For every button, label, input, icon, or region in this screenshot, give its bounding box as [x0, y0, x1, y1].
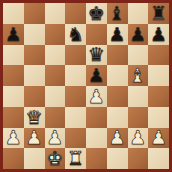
square-h5[interactable] — [148, 65, 169, 86]
white-rook-icon: ♜ — [67, 149, 84, 168]
square-f4[interactable] — [107, 86, 128, 107]
square-e3[interactable] — [86, 107, 107, 128]
square-c2[interactable]: ♟ — [45, 128, 66, 149]
black-pawn-icon: ♟ — [129, 24, 146, 43]
black-pawn-icon: ♟ — [150, 24, 167, 43]
square-a3[interactable] — [3, 107, 24, 128]
square-g4[interactable] — [128, 86, 149, 107]
white-pawn-icon: ♟ — [150, 128, 167, 147]
white-queen-icon: ♛ — [26, 107, 43, 126]
square-e8[interactable]: ♚ — [86, 3, 107, 24]
white-pawn-icon: ♟ — [26, 128, 43, 147]
square-f6[interactable] — [107, 45, 128, 66]
square-a5[interactable] — [3, 65, 24, 86]
square-e6[interactable]: ♛ — [86, 45, 107, 66]
square-f7[interactable]: ♟ — [107, 24, 128, 45]
square-b1[interactable] — [24, 148, 45, 169]
white-pawn-icon: ♟ — [46, 128, 63, 147]
black-pawn-icon: ♟ — [109, 24, 126, 43]
square-e5[interactable]: ♟ — [86, 65, 107, 86]
black-pawn-icon: ♟ — [88, 66, 105, 85]
square-d6[interactable] — [65, 45, 86, 66]
square-f3[interactable] — [107, 107, 128, 128]
black-pawn-icon: ♟ — [5, 24, 22, 43]
square-f1[interactable] — [107, 148, 128, 169]
square-e7[interactable] — [86, 24, 107, 45]
square-e4[interactable]: ♟ — [86, 86, 107, 107]
square-e1[interactable] — [86, 148, 107, 169]
square-h8[interactable]: ♜ — [148, 3, 169, 24]
square-h2[interactable]: ♟ — [148, 128, 169, 149]
square-h1[interactable] — [148, 148, 169, 169]
black-queen-icon: ♛ — [88, 45, 105, 64]
square-h3[interactable] — [148, 107, 169, 128]
square-a4[interactable] — [3, 86, 24, 107]
square-a1[interactable] — [3, 148, 24, 169]
white-pawn-icon: ♟ — [129, 128, 146, 147]
square-h7[interactable]: ♟ — [148, 24, 169, 45]
square-c3[interactable] — [45, 107, 66, 128]
square-d2[interactable] — [65, 128, 86, 149]
square-b5[interactable] — [24, 65, 45, 86]
square-c5[interactable] — [45, 65, 66, 86]
square-b6[interactable] — [24, 45, 45, 66]
chess-board-frame: ♚♝♜♟♞♟♟♟♛♟♝♟♛♟♟♟♟♟♟♚♜ — [0, 0, 172, 172]
square-g3[interactable] — [128, 107, 149, 128]
square-g1[interactable] — [128, 148, 149, 169]
square-d5[interactable] — [65, 65, 86, 86]
square-c7[interactable] — [45, 24, 66, 45]
square-g7[interactable]: ♟ — [128, 24, 149, 45]
black-bishop-icon: ♝ — [109, 3, 126, 22]
square-d3[interactable] — [65, 107, 86, 128]
chess-board: ♚♝♜♟♞♟♟♟♛♟♝♟♛♟♟♟♟♟♟♚♜ — [3, 3, 169, 169]
black-king-icon: ♚ — [88, 3, 105, 22]
square-a7[interactable]: ♟ — [3, 24, 24, 45]
square-b4[interactable] — [24, 86, 45, 107]
square-g5[interactable]: ♝ — [128, 65, 149, 86]
square-d8[interactable] — [65, 3, 86, 24]
square-g8[interactable] — [128, 3, 149, 24]
black-knight-icon: ♞ — [67, 24, 84, 43]
square-g2[interactable]: ♟ — [128, 128, 149, 149]
white-bishop-icon: ♝ — [129, 66, 146, 85]
square-a8[interactable] — [3, 3, 24, 24]
square-h6[interactable] — [148, 45, 169, 66]
white-pawn-icon: ♟ — [109, 128, 126, 147]
square-e2[interactable] — [86, 128, 107, 149]
square-d1[interactable]: ♜ — [65, 148, 86, 169]
square-f8[interactable]: ♝ — [107, 3, 128, 24]
black-rook-icon: ♜ — [150, 3, 167, 22]
square-c8[interactable] — [45, 3, 66, 24]
square-c1[interactable]: ♚ — [45, 148, 66, 169]
square-g6[interactable] — [128, 45, 149, 66]
square-f2[interactable]: ♟ — [107, 128, 128, 149]
white-pawn-icon: ♟ — [88, 86, 105, 105]
square-b8[interactable] — [24, 3, 45, 24]
square-a2[interactable]: ♟ — [3, 128, 24, 149]
white-king-icon: ♚ — [46, 149, 63, 168]
square-c6[interactable] — [45, 45, 66, 66]
square-b2[interactable]: ♟ — [24, 128, 45, 149]
square-d7[interactable]: ♞ — [65, 24, 86, 45]
white-pawn-icon: ♟ — [5, 128, 22, 147]
square-b3[interactable]: ♛ — [24, 107, 45, 128]
square-a6[interactable] — [3, 45, 24, 66]
square-b7[interactable] — [24, 24, 45, 45]
square-h4[interactable] — [148, 86, 169, 107]
square-d4[interactable] — [65, 86, 86, 107]
square-f5[interactable] — [107, 65, 128, 86]
square-c4[interactable] — [45, 86, 66, 107]
